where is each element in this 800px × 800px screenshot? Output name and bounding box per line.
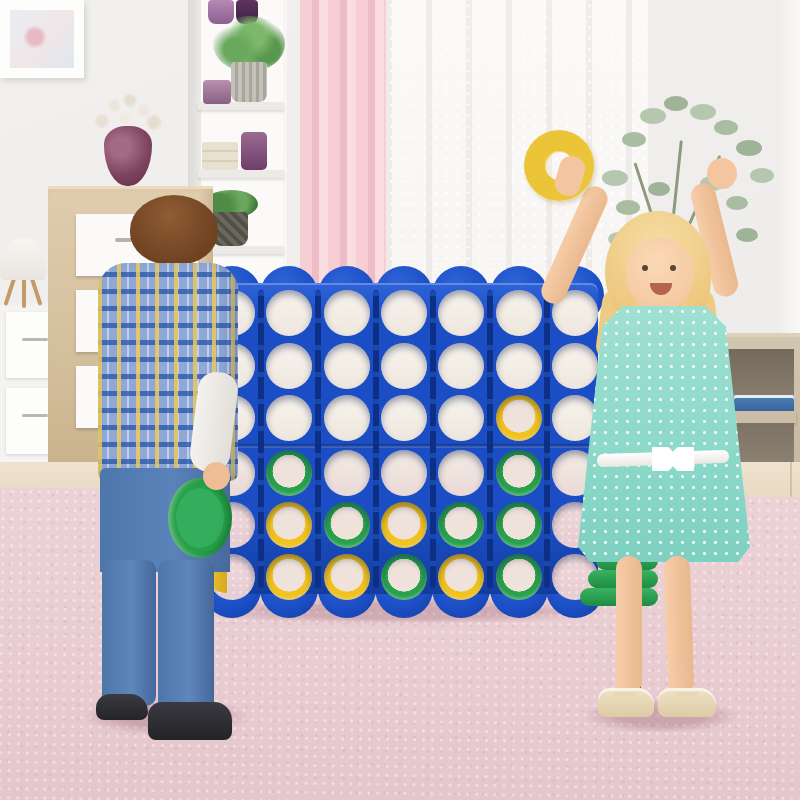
board-section-seam xyxy=(193,444,598,448)
book-stack xyxy=(202,142,238,170)
boy-right-leg xyxy=(158,560,214,712)
girl-face xyxy=(626,237,694,311)
board-cell-c4-r3[interactable] xyxy=(381,395,427,441)
eucalyptus-leaf xyxy=(726,196,748,210)
girl-dress xyxy=(578,306,750,562)
board-cell-c3-r4[interactable] xyxy=(324,450,370,496)
board-cell-c4-r4[interactable] xyxy=(381,450,427,496)
girl-belt-bow xyxy=(652,447,694,471)
eucalyptus-leaf xyxy=(736,140,762,156)
wall-art-motif xyxy=(22,26,48,48)
sandal-strap xyxy=(676,692,698,696)
boy-held-green-disc[interactable] xyxy=(168,478,232,558)
purple-glass-vase xyxy=(104,126,152,186)
girl-fist xyxy=(707,158,737,189)
board-cell-c5-r4[interactable] xyxy=(438,450,484,496)
board-cell-c2-r5[interactable] xyxy=(266,502,312,548)
board-column-groove xyxy=(430,290,436,588)
board-cell-c4-r1[interactable] xyxy=(381,290,427,336)
board-cell-c5-r6[interactable] xyxy=(438,554,484,600)
eucalyptus-leaf xyxy=(736,228,758,242)
board-cell-c6-r3[interactable] xyxy=(496,395,542,441)
boy-right-shoe xyxy=(148,702,232,740)
purple-candleholders xyxy=(203,80,231,104)
board-cell-c2-r4[interactable] xyxy=(266,450,312,496)
boy-left-shoe xyxy=(96,694,148,720)
fern-pot xyxy=(231,62,267,102)
drawer-pull[interactable] xyxy=(22,414,48,417)
board-column-groove xyxy=(373,290,379,588)
girl-eye xyxy=(670,265,676,271)
girl-right-sandal xyxy=(658,688,716,717)
girl-left-leg xyxy=(616,556,642,694)
board-cell-c2-r3[interactable] xyxy=(266,395,312,441)
board-cell-c2-r2[interactable] xyxy=(266,343,312,389)
boy-left-leg xyxy=(102,560,156,706)
eucalyptus-leaf xyxy=(714,120,738,135)
board-cell-c6-r4[interactable] xyxy=(496,450,542,496)
board-cell-c6-r1[interactable] xyxy=(496,290,542,336)
board-cell-c3-r6[interactable] xyxy=(324,554,370,600)
wall-art-picture xyxy=(10,10,74,68)
board-cell-c4-r2[interactable] xyxy=(381,343,427,389)
board-cell-c5-r1[interactable] xyxy=(438,290,484,336)
boy-head xyxy=(130,195,218,265)
board-cell-c5-r2[interactable] xyxy=(438,343,484,389)
board-cell-c5-r3[interactable] xyxy=(438,395,484,441)
board-cell-c3-r2[interactable] xyxy=(324,343,370,389)
board-cell-c4-r5[interactable] xyxy=(381,502,427,548)
board-cell-c6-r5[interactable] xyxy=(496,502,542,548)
playroom-scene xyxy=(0,0,800,800)
eucalyptus-leaf xyxy=(690,104,716,120)
board-cell-c3-r1[interactable] xyxy=(324,290,370,336)
table-lamp xyxy=(0,238,46,280)
board-column-groove xyxy=(487,290,493,588)
girl-right-leg xyxy=(664,556,695,695)
board-cell-c4-r6[interactable] xyxy=(381,554,427,600)
board-cell-c3-r3[interactable] xyxy=(324,395,370,441)
girl-eye xyxy=(642,265,648,271)
shelf-board xyxy=(198,170,284,178)
board-cell-c3-r5[interactable] xyxy=(324,502,370,548)
board-cell-c2-r1[interactable] xyxy=(266,290,312,336)
girl-smile xyxy=(650,283,672,295)
eucalyptus-leaf xyxy=(648,182,670,196)
board-column-groove xyxy=(315,290,321,588)
eucalyptus-leaf xyxy=(664,96,688,111)
girl-left-sandal xyxy=(598,688,654,717)
board-cell-c7-r2[interactable] xyxy=(552,343,598,389)
lamp-leg xyxy=(22,278,26,308)
purple-jar xyxy=(241,132,267,170)
board-cell-c6-r2[interactable] xyxy=(496,343,542,389)
board-column-groove xyxy=(544,290,550,588)
eucalyptus-leaf xyxy=(750,168,774,183)
board-column-groove xyxy=(258,290,264,588)
board-cell-c6-r6[interactable] xyxy=(496,554,542,600)
boy-hand xyxy=(203,462,230,490)
board-cell-c2-r6[interactable] xyxy=(266,554,312,600)
wall-art-frame xyxy=(0,0,84,78)
blue-books xyxy=(734,395,794,412)
sandal-strap xyxy=(614,692,636,696)
board-cell-c5-r5[interactable] xyxy=(438,502,484,548)
drawer-pull[interactable] xyxy=(22,338,48,341)
